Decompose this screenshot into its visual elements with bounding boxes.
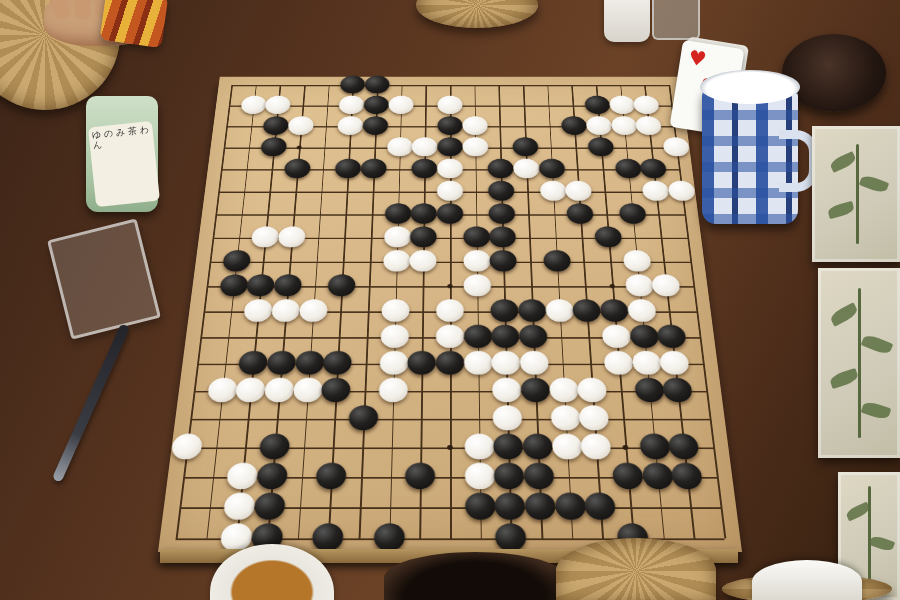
cup-label: ゆ の み 茶 わ ん [88, 121, 160, 207]
black-stone [488, 181, 515, 201]
white-stone [609, 96, 636, 114]
botanical-glass-coaster-lower [818, 268, 900, 458]
star-point [447, 284, 452, 288]
black-stone [494, 463, 525, 489]
black-stone [543, 250, 571, 271]
white-stone [264, 378, 295, 402]
white-stone [436, 299, 464, 322]
black-stone [561, 116, 587, 135]
heart-suit-icon: ♥ [687, 47, 708, 70]
white-stone [437, 181, 463, 201]
black-stone [321, 378, 351, 402]
black-stone [668, 434, 700, 460]
white-stone [226, 463, 258, 489]
white-stone [381, 299, 409, 322]
black-stone [491, 325, 520, 348]
black-stone [284, 159, 311, 178]
white-stone [539, 181, 566, 201]
black-stone [256, 463, 288, 489]
black-stone [411, 203, 438, 223]
black-stone [671, 463, 704, 489]
white-stone [337, 116, 363, 135]
celadon-cup-with-label: ゆ の み 茶 わ ん [86, 96, 158, 212]
dark-stone-bowl [384, 552, 566, 600]
white-stone [651, 274, 681, 296]
black-stone [222, 250, 251, 271]
white-stone [462, 116, 487, 135]
finger [48, 0, 72, 22]
white-stone [622, 250, 651, 271]
white-stone [243, 299, 273, 322]
white-stone [631, 351, 662, 375]
black-stone [522, 434, 553, 460]
black-stone [493, 434, 523, 460]
black-stone [491, 299, 519, 322]
white-stone [463, 250, 490, 271]
white-stone [633, 96, 660, 114]
black-stone [259, 434, 291, 460]
rattan-coaster [556, 538, 716, 600]
black-stone [600, 299, 630, 322]
black-stone [639, 434, 671, 460]
star-point [447, 445, 453, 450]
go-game-photo: { "game": "go", "board": { "size": 19, "… [0, 0, 900, 600]
white-stone [611, 116, 638, 135]
black-stone [410, 226, 437, 247]
black-stone [294, 351, 324, 375]
black-stone [363, 96, 389, 114]
black-stone [405, 463, 435, 489]
black-stone [362, 116, 388, 135]
black-stone [253, 493, 286, 520]
white-stone [493, 405, 523, 430]
black-stone [489, 203, 516, 223]
black-stone [572, 299, 601, 322]
glass-cup [652, 0, 700, 40]
grid-line-horizontal [190, 419, 710, 420]
black-stone [640, 159, 668, 178]
black-stone [594, 226, 622, 247]
white-stone [278, 226, 306, 247]
white-stone [251, 226, 280, 247]
black-stone [618, 203, 646, 223]
go-board-surface [158, 77, 742, 552]
black-stone [584, 493, 616, 520]
white-stone [265, 96, 292, 114]
black-stone [519, 325, 548, 348]
black-stone [521, 378, 551, 402]
white-stone [565, 181, 592, 201]
star-point [622, 445, 628, 450]
black-stone [437, 116, 462, 135]
star-point [609, 284, 615, 288]
black-stone [641, 463, 673, 489]
white-jar [604, 0, 650, 42]
white-stone [387, 137, 413, 156]
black-stone [566, 203, 594, 223]
mug-opening [700, 70, 800, 104]
white-stone [549, 378, 579, 402]
white-stone [465, 463, 495, 489]
white-stone [240, 96, 267, 114]
blue-plaid-mug [702, 86, 798, 224]
black-stone [316, 463, 347, 489]
black-stone [437, 203, 463, 223]
black-stone [436, 351, 465, 375]
white-stone [437, 159, 463, 178]
black-stone [407, 351, 436, 375]
star-point [297, 146, 302, 150]
white-stone [298, 299, 327, 322]
go-board [158, 77, 742, 552]
black-stone [488, 159, 514, 178]
acrylic-box [47, 218, 161, 339]
white-stone [378, 378, 407, 402]
black-stone [662, 378, 693, 402]
white-stone [412, 137, 438, 156]
white-stone [436, 325, 464, 348]
white-stone [642, 181, 670, 201]
black-stone [312, 523, 344, 551]
white-stone [586, 116, 613, 135]
white-stone [577, 378, 607, 402]
black-stone [266, 351, 296, 375]
white-stone [545, 299, 574, 322]
black-stone [384, 203, 411, 223]
white-stone [492, 351, 521, 375]
black-stone [614, 159, 642, 178]
white-stone [339, 96, 365, 114]
white-stone [601, 325, 631, 348]
white-stone [550, 405, 581, 430]
black-stone [512, 137, 538, 156]
black-stone [495, 523, 527, 551]
black-stone [554, 493, 586, 520]
ballpoint-pen [52, 323, 130, 482]
white-stone [513, 159, 540, 178]
snack-bag [100, 0, 169, 48]
white-stone [492, 378, 521, 402]
white-stone [383, 250, 411, 271]
black-stone [246, 274, 275, 296]
white-stone [235, 378, 266, 402]
black-stone [348, 405, 378, 430]
black-stone [364, 76, 389, 94]
white-stone [462, 137, 488, 156]
black-stone [437, 137, 463, 156]
black-stone [328, 274, 357, 296]
black-stone [587, 137, 614, 156]
black-stone [495, 493, 526, 520]
black-stone [323, 351, 353, 375]
white-stone [171, 434, 204, 460]
black-stone [524, 493, 555, 520]
white-stone [388, 96, 413, 114]
black-stone [634, 378, 665, 402]
black-stone [523, 463, 554, 489]
white-stone [603, 351, 633, 375]
black-stone [464, 325, 492, 348]
white-stone [292, 378, 322, 402]
black-stone [657, 325, 688, 348]
black-stone [490, 250, 518, 271]
white-stone [438, 96, 463, 114]
black-stone [273, 274, 302, 296]
white-stone [579, 405, 610, 430]
white-stone [625, 274, 654, 296]
white-stone [552, 434, 583, 460]
woven-coaster [416, 0, 538, 28]
white-stone [380, 325, 409, 348]
white-stone [667, 181, 695, 201]
black-stone [263, 116, 290, 135]
white-stone [635, 116, 662, 135]
black-stone [238, 351, 269, 375]
white-stone [464, 434, 494, 460]
white-stone [520, 351, 549, 375]
black-stone [465, 493, 496, 520]
black-stone [518, 299, 547, 322]
black-stone [489, 226, 516, 247]
white-stone [288, 116, 315, 135]
black-stone [373, 523, 405, 551]
white-stone [207, 378, 238, 402]
white-stone [581, 434, 612, 460]
black-stone [538, 159, 565, 178]
black-stone [584, 96, 610, 114]
black-stone [463, 226, 490, 247]
white-bowl [752, 560, 862, 600]
white-stone [659, 351, 690, 375]
white-stone [271, 299, 301, 322]
white-stone [223, 493, 256, 520]
white-stone [379, 351, 408, 375]
white-stone [463, 274, 491, 296]
black-stone [360, 159, 387, 178]
white-stone [410, 250, 437, 271]
botanical-glass-coaster-upper [812, 126, 900, 262]
black-stone [412, 159, 438, 178]
white-stone [384, 226, 411, 247]
finger [72, 0, 91, 21]
black-stone [612, 463, 644, 489]
black-stone [340, 76, 366, 94]
white-stone [627, 299, 657, 322]
black-stone [219, 274, 249, 296]
black-stone [335, 159, 362, 178]
black-stone [260, 137, 287, 156]
black-stone [629, 325, 659, 348]
white-stone [464, 351, 493, 375]
white-stone [662, 137, 690, 156]
